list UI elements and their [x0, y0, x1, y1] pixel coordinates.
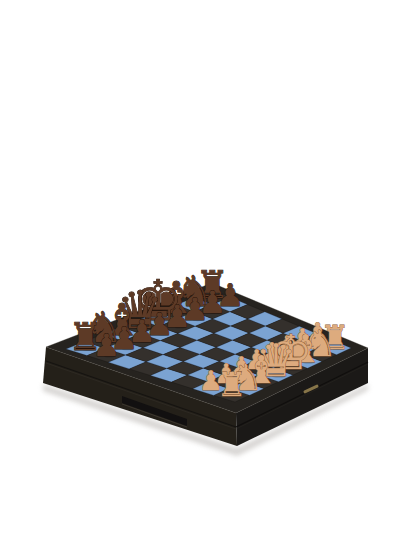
product-photo: ♜♟♞♟♝♟♚♟♛♟♝♟♟♞♟♜♟♜♟♞♟♟♝♟♚♟♛♝♟♞♟♜ — [0, 0, 400, 533]
piece-white-rook-a1: ♜ — [217, 365, 247, 404]
chess-set-photo: ♜♟♞♟♝♟♚♟♛♟♝♟♟♞♟♜♟♜♟♞♟♟♝♟♚♟♛♝♟♞♟♜ — [0, 0, 400, 533]
piece-black-pawn-a7: ♟ — [93, 327, 121, 363]
